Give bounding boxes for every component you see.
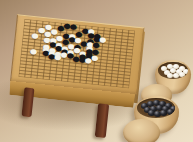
board-grid: ●●●●●●●●●●●●●●●●●●●●●●●●●●●●●●●●●●●●●●●●… (19, 19, 135, 88)
board-leg-right (95, 103, 109, 138)
grid-lines (19, 19, 135, 88)
go-board: ●●●●●●●●●●●●●●●●●●●●●●●●●●●●●●●●●●●●●●●●… (3, 2, 148, 142)
black-stone-bowl-opening (137, 98, 175, 118)
bowl-lid-lower (123, 119, 160, 142)
go-scene-photo: ●●●●●●●●●●●●●●●●●●●●●●●●●●●●●●●●●●●●●●●●… (0, 0, 193, 142)
black-stone-in-bowl (160, 110, 167, 116)
board-leg-left (21, 87, 34, 117)
white-stone-bowl-opening (158, 62, 188, 79)
board-surface: ●●●●●●●●●●●●●●●●●●●●●●●●●●●●●●●●●●●●●●●●… (10, 14, 144, 94)
